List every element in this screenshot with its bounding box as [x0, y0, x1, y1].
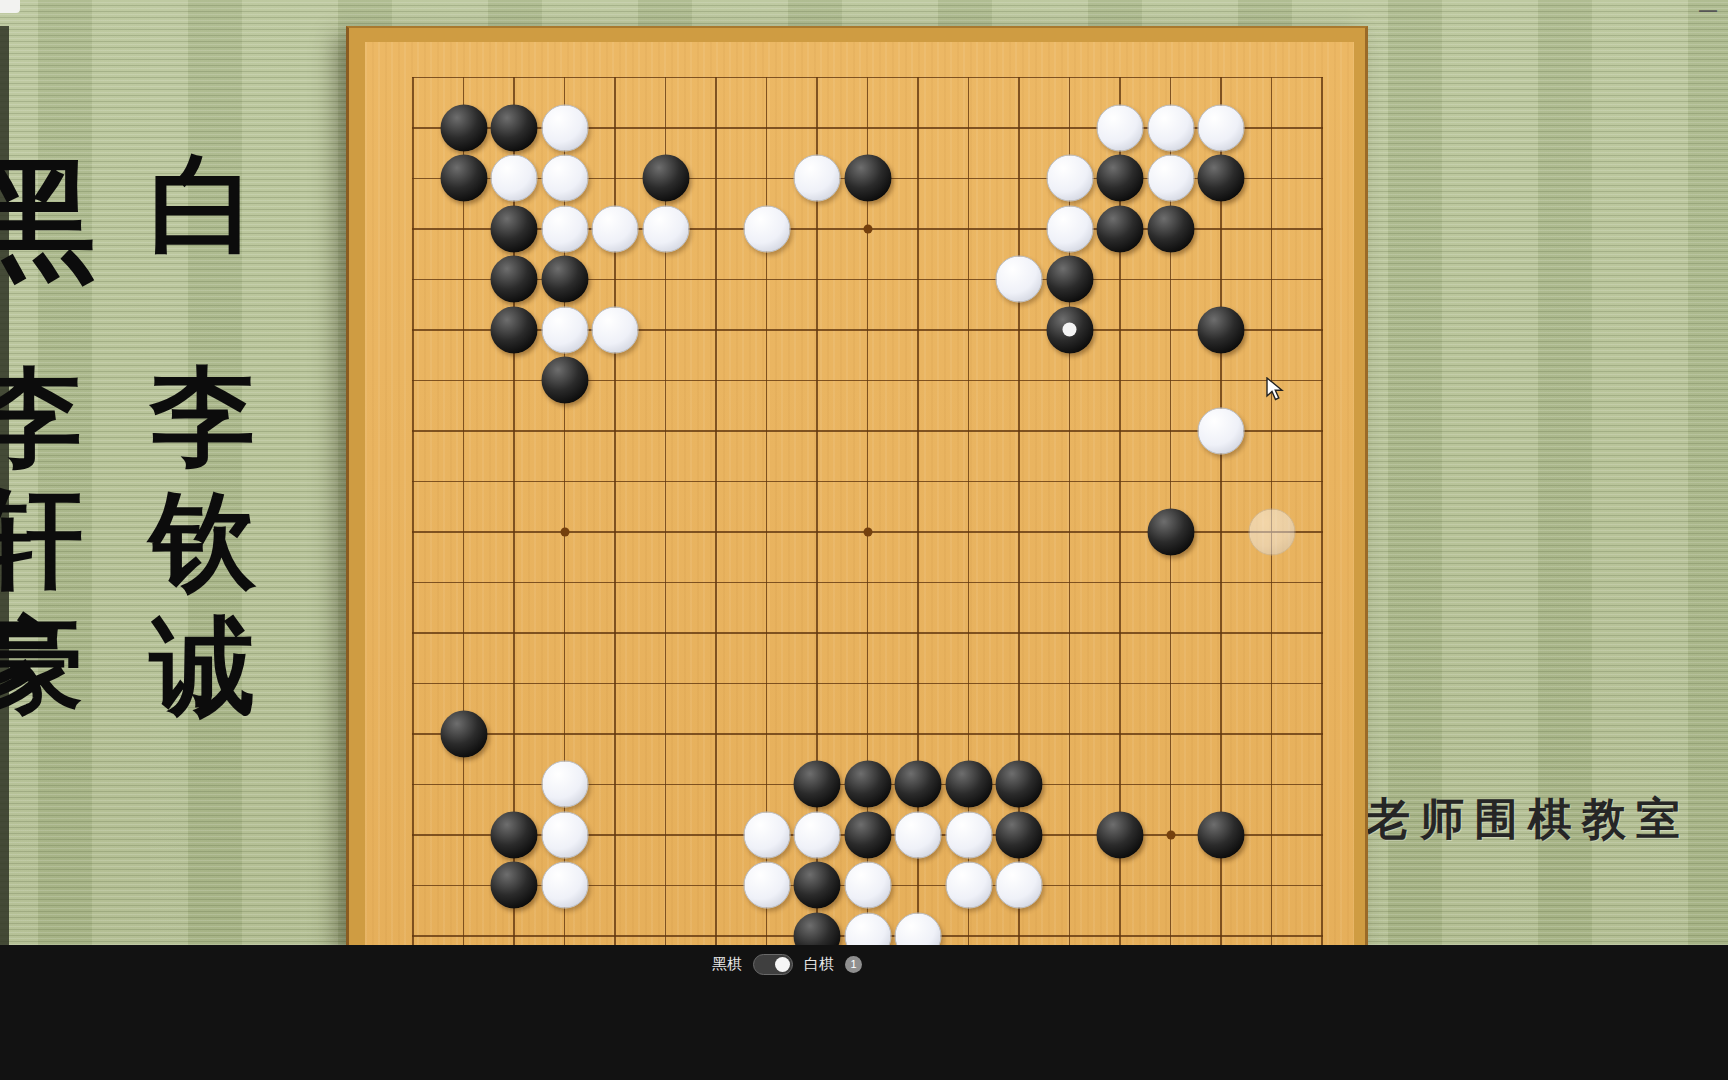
white-stone	[1147, 104, 1194, 151]
white-stone	[592, 205, 639, 252]
grid-line-h	[412, 582, 1323, 584]
white-stone	[794, 155, 841, 202]
white-toggle-label: 白棋	[804, 955, 834, 974]
white-stone	[844, 912, 891, 945]
black-player-column-char: 黑	[0, 133, 96, 311]
black-stone	[794, 912, 841, 945]
white-stone	[1046, 205, 1093, 252]
white-stone	[541, 811, 588, 858]
black-stone	[491, 104, 538, 151]
color-toggle[interactable]	[753, 954, 793, 975]
white-stone	[541, 862, 588, 909]
black-stone	[1147, 508, 1194, 555]
black-stone	[491, 862, 538, 909]
black-stone	[491, 811, 538, 858]
grid-line-v	[1321, 77, 1323, 945]
white-stone	[996, 256, 1043, 303]
white-stone	[1198, 104, 1245, 151]
black-stone	[440, 104, 487, 151]
white-stone	[743, 205, 790, 252]
white-stone	[541, 761, 588, 808]
white-stone	[541, 104, 588, 151]
black-stone	[1147, 205, 1194, 252]
black-stone	[1097, 155, 1144, 202]
white-player-column-char: 钦	[150, 470, 256, 613]
window-corner-artifact	[0, 0, 20, 13]
white-stone	[794, 811, 841, 858]
white-stone	[844, 862, 891, 909]
black-stone	[440, 710, 487, 757]
minimize-icon[interactable]: —	[1694, 0, 1722, 20]
grid-line-h	[412, 683, 1323, 685]
white-stone	[541, 306, 588, 353]
white-stone	[1097, 104, 1144, 151]
black-stone	[1198, 155, 1245, 202]
black-stone	[1097, 205, 1144, 252]
white-stone	[1046, 155, 1093, 202]
white-stone	[945, 862, 992, 909]
grid-line-v	[412, 77, 414, 945]
black-stone	[491, 256, 538, 303]
white-stone	[592, 306, 639, 353]
black-stone	[996, 811, 1043, 858]
white-player-column-char: 李	[150, 346, 256, 489]
white-stone	[945, 811, 992, 858]
white-stone	[1147, 155, 1194, 202]
grid-line-h	[412, 733, 1323, 735]
black-stone	[1198, 306, 1245, 353]
black-stone	[996, 761, 1043, 808]
black-stone	[844, 811, 891, 858]
classroom-watermark: 徐老师围棋教室	[1312, 790, 1690, 849]
black-stone	[1097, 811, 1144, 858]
black-stone	[945, 761, 992, 808]
black-player-column-char: 轩	[0, 469, 83, 612]
white-stone	[895, 811, 942, 858]
last-move-marker	[1063, 323, 1077, 337]
white-stone	[743, 811, 790, 858]
toggle-knob[interactable]	[775, 957, 790, 972]
white-stone	[541, 155, 588, 202]
white-player-column-char: 白	[149, 133, 257, 279]
black-stone	[794, 862, 841, 909]
star-point	[560, 527, 569, 536]
go-board[interactable]	[346, 26, 1368, 945]
black-stone	[440, 155, 487, 202]
black-player-column-char: 豪	[0, 594, 83, 737]
black-stone	[541, 357, 588, 404]
move-count-badge: 1	[845, 956, 862, 973]
white-stone	[996, 862, 1043, 909]
black-stone	[895, 761, 942, 808]
app-screen: { "game": "go", "window": { "minimize_la…	[0, 0, 1728, 1080]
black-stone	[794, 761, 841, 808]
white-stone	[642, 205, 689, 252]
ghost-preview-stone	[1248, 508, 1295, 555]
white-stone	[491, 155, 538, 202]
white-stone	[1198, 407, 1245, 454]
black-stone	[642, 155, 689, 202]
star-point	[863, 527, 872, 536]
black-stone	[1046, 256, 1093, 303]
black-stone	[1046, 306, 1093, 353]
star-point	[863, 224, 872, 233]
grid-line-v	[715, 77, 717, 945]
star-point	[1166, 830, 1175, 839]
white-player-column-char: 诚	[150, 596, 256, 739]
bottom-bar: 黑棋 白棋 1	[0, 945, 1728, 1080]
black-stone	[1198, 811, 1245, 858]
black-toggle-label: 黑棋	[712, 955, 742, 974]
white-stone	[743, 862, 790, 909]
black-stone	[491, 205, 538, 252]
black-stone	[844, 155, 891, 202]
white-stone	[895, 912, 942, 945]
grid-line-h	[412, 632, 1323, 634]
black-stone	[491, 306, 538, 353]
white-stone	[541, 205, 588, 252]
go-board-surface[interactable]	[365, 42, 1354, 945]
black-stone	[541, 256, 588, 303]
grid-line-v	[463, 77, 465, 945]
black-stone	[844, 761, 891, 808]
